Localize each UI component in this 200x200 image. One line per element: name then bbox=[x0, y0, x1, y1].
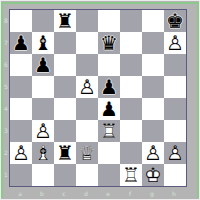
white-pawn[interactable]: ♙ bbox=[10, 142, 32, 164]
white-king[interactable]: ♔ bbox=[142, 164, 164, 186]
white-rook[interactable]: ♖ bbox=[120, 164, 142, 186]
square-d4[interactable] bbox=[76, 98, 98, 120]
square-g7[interactable] bbox=[142, 32, 164, 54]
square-b5[interactable] bbox=[32, 76, 54, 98]
square-h3[interactable] bbox=[164, 120, 186, 142]
black-king[interactable]: ♚ bbox=[164, 10, 186, 32]
chess-board: ♜♚♟♝♛♟♙♟♟♙♟♟♟♙♜♖♟♙♝♗♜♛♕♟♙♟♙♜♖♚♔ bbox=[9, 9, 187, 187]
square-c7[interactable] bbox=[54, 32, 76, 54]
file-label-c: c bbox=[53, 188, 75, 198]
square-c3[interactable] bbox=[54, 120, 76, 142]
black-pawn[interactable]: ♟ bbox=[32, 54, 54, 76]
white-king-fill: ♚ bbox=[142, 164, 164, 186]
square-a2[interactable]: ♟♙ bbox=[10, 142, 32, 164]
white-pawn-fill: ♟ bbox=[142, 142, 164, 164]
square-e5[interactable]: ♟ bbox=[98, 76, 120, 98]
black-rook[interactable]: ♜ bbox=[54, 10, 76, 32]
chess-board-window: 87654321 ♜♚♟♝♛♟♙♟♟♙♟♟♟♙♜♖♟♙♝♗♜♛♕♟♙♟♙♜♖♚♔… bbox=[0, 0, 200, 200]
square-d8[interactable] bbox=[76, 10, 98, 32]
square-c4[interactable] bbox=[54, 98, 76, 120]
square-b6[interactable]: ♟ bbox=[32, 54, 54, 76]
square-b7[interactable]: ♝ bbox=[32, 32, 54, 54]
square-e6[interactable] bbox=[98, 54, 120, 76]
square-d7[interactable] bbox=[76, 32, 98, 54]
white-pawn[interactable]: ♙ bbox=[142, 142, 164, 164]
file-labels: abcdefgh bbox=[9, 188, 185, 198]
square-g3[interactable] bbox=[142, 120, 164, 142]
black-pawn[interactable]: ♟ bbox=[10, 32, 32, 54]
square-f3[interactable] bbox=[120, 120, 142, 142]
white-pawn-fill: ♟ bbox=[32, 120, 54, 142]
square-h7[interactable]: ♟♙ bbox=[164, 32, 186, 54]
square-h1[interactable] bbox=[164, 164, 186, 186]
square-d6[interactable] bbox=[76, 54, 98, 76]
black-pawn[interactable]: ♟ bbox=[98, 76, 120, 98]
square-a4[interactable] bbox=[10, 98, 32, 120]
file-label-b: b bbox=[31, 188, 53, 198]
square-f4[interactable] bbox=[120, 98, 142, 120]
black-rook[interactable]: ♜ bbox=[54, 142, 76, 164]
window-accent-right bbox=[197, 2, 199, 198]
square-b3[interactable]: ♟♙ bbox=[32, 120, 54, 142]
square-g8[interactable] bbox=[142, 10, 164, 32]
square-h8[interactable]: ♚ bbox=[164, 10, 186, 32]
square-a1[interactable] bbox=[10, 164, 32, 186]
square-h5[interactable] bbox=[164, 76, 186, 98]
white-pawn-fill: ♟ bbox=[164, 142, 186, 164]
square-e7[interactable]: ♛ bbox=[98, 32, 120, 54]
square-b1[interactable] bbox=[32, 164, 54, 186]
square-b4[interactable] bbox=[32, 98, 54, 120]
square-f8[interactable] bbox=[120, 10, 142, 32]
square-a6[interactable] bbox=[10, 54, 32, 76]
square-g5[interactable] bbox=[142, 76, 164, 98]
black-bishop[interactable]: ♝ bbox=[32, 32, 54, 54]
square-f6[interactable] bbox=[120, 54, 142, 76]
square-e3[interactable]: ♜♖ bbox=[98, 120, 120, 142]
white-rook[interactable]: ♖ bbox=[98, 120, 120, 142]
square-d3[interactable] bbox=[76, 120, 98, 142]
square-d2[interactable]: ♛♕ bbox=[76, 142, 98, 164]
square-e2[interactable] bbox=[98, 142, 120, 164]
square-f7[interactable] bbox=[120, 32, 142, 54]
file-label-h: h bbox=[163, 188, 185, 198]
white-pawn-fill: ♟ bbox=[10, 142, 32, 164]
square-h2[interactable]: ♟♙ bbox=[164, 142, 186, 164]
square-h6[interactable] bbox=[164, 54, 186, 76]
square-d1[interactable] bbox=[76, 164, 98, 186]
file-label-f: f bbox=[119, 188, 141, 198]
square-a5[interactable] bbox=[10, 76, 32, 98]
black-pawn[interactable]: ♟ bbox=[98, 98, 120, 120]
white-queen[interactable]: ♕ bbox=[76, 142, 98, 164]
square-b2[interactable]: ♝♗ bbox=[32, 142, 54, 164]
window-accent-top bbox=[2, 2, 198, 4]
white-rook-fill: ♜ bbox=[120, 164, 142, 186]
square-c6[interactable] bbox=[54, 54, 76, 76]
square-b8[interactable] bbox=[32, 10, 54, 32]
file-label-a: a bbox=[9, 188, 31, 198]
square-f1[interactable]: ♜♖ bbox=[120, 164, 142, 186]
white-bishop[interactable]: ♗ bbox=[32, 142, 54, 164]
white-pawn[interactable]: ♙ bbox=[32, 120, 54, 142]
white-pawn[interactable]: ♙ bbox=[164, 32, 186, 54]
square-c5[interactable] bbox=[54, 76, 76, 98]
square-c8[interactable]: ♜ bbox=[54, 10, 76, 32]
white-pawn[interactable]: ♙ bbox=[164, 142, 186, 164]
file-label-e: e bbox=[97, 188, 119, 198]
white-queen-fill: ♛ bbox=[76, 142, 98, 164]
square-f2[interactable] bbox=[120, 142, 142, 164]
file-label-d: d bbox=[75, 188, 97, 198]
file-label-g: g bbox=[141, 188, 163, 198]
square-a8[interactable] bbox=[10, 10, 32, 32]
black-queen[interactable]: ♛ bbox=[98, 32, 120, 54]
white-pawn[interactable]: ♙ bbox=[76, 76, 98, 98]
square-g4[interactable] bbox=[142, 98, 164, 120]
white-bishop-fill: ♝ bbox=[32, 142, 54, 164]
square-f5[interactable] bbox=[120, 76, 142, 98]
square-h4[interactable] bbox=[164, 98, 186, 120]
square-d5[interactable]: ♟♙ bbox=[76, 76, 98, 98]
square-e4[interactable]: ♟ bbox=[98, 98, 120, 120]
square-a7[interactable]: ♟ bbox=[10, 32, 32, 54]
white-pawn-fill: ♟ bbox=[76, 76, 98, 98]
square-e1[interactable] bbox=[98, 164, 120, 186]
square-a3[interactable] bbox=[10, 120, 32, 142]
square-g6[interactable] bbox=[142, 54, 164, 76]
square-g1[interactable]: ♚♔ bbox=[142, 164, 164, 186]
square-c1[interactable] bbox=[54, 164, 76, 186]
square-g2[interactable]: ♟♙ bbox=[142, 142, 164, 164]
square-c2[interactable]: ♜ bbox=[54, 142, 76, 164]
square-e8[interactable] bbox=[98, 10, 120, 32]
white-pawn-fill: ♟ bbox=[164, 32, 186, 54]
white-rook-fill: ♜ bbox=[98, 120, 120, 142]
